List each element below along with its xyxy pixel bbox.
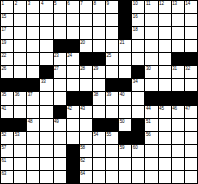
- white-cell-r2c3[interactable]: [27, 14, 39, 26]
- white-cell-r4c3[interactable]: [27, 40, 39, 52]
- clue-number: 32: [185, 66, 190, 71]
- white-cell-r4c13[interactable]: [159, 40, 171, 52]
- clue-number: 26: [2, 66, 7, 71]
- clue-number: 19: [2, 40, 7, 45]
- white-cell-r9c6[interactable]: 42: [67, 106, 79, 118]
- white-cell-r1c7[interactable]: 7: [80, 1, 92, 13]
- clue-number: 53: [15, 132, 20, 137]
- white-cell-r6c5[interactable]: 27: [54, 66, 66, 78]
- white-cell-r1c15[interactable]: 14: [185, 1, 197, 13]
- white-cell-r7c6[interactable]: [67, 79, 79, 91]
- clue-number: 56: [146, 132, 151, 137]
- white-cell-r3c11[interactable]: 18: [132, 27, 144, 39]
- clue-number: 31: [172, 66, 177, 71]
- white-cell-r1c12[interactable]: 11: [145, 1, 157, 13]
- clue-number: 41: [2, 106, 7, 111]
- white-cell-r6c13[interactable]: [159, 66, 171, 78]
- white-cell-r3c7[interactable]: [80, 27, 92, 39]
- black-cell-r10c11: [132, 119, 144, 131]
- white-cell-r1c14[interactable]: 13: [172, 1, 184, 13]
- white-cell-r8c5[interactable]: [54, 92, 66, 104]
- white-cell-r1c6[interactable]: 6: [67, 1, 79, 13]
- black-cell-r6c11: [132, 66, 144, 78]
- white-cell-r9c11[interactable]: [132, 106, 144, 118]
- white-cell-r3c8[interactable]: [93, 27, 105, 39]
- white-cell-r6c15[interactable]: 32: [185, 66, 197, 78]
- white-cell-r11c3[interactable]: [27, 132, 39, 144]
- black-cell-r1c10: [119, 1, 131, 13]
- white-cell-r10c5[interactable]: 49: [54, 119, 66, 131]
- clue-number: 14: [185, 1, 190, 6]
- white-cell-r13c5[interactable]: [54, 158, 66, 170]
- white-cell-r13c15[interactable]: [185, 158, 197, 170]
- clue-number: 1: [2, 1, 4, 6]
- clue-number: 4: [41, 1, 43, 6]
- white-cell-r14c3[interactable]: [27, 171, 39, 183]
- clue-number: 28: [80, 66, 85, 71]
- clue-number: 10: [133, 1, 138, 6]
- clue-number: 50: [120, 119, 125, 124]
- white-cell-r14c5[interactable]: [54, 171, 66, 183]
- white-cell-r13c2[interactable]: [14, 158, 26, 170]
- white-cell-r2c9[interactable]: [106, 14, 118, 26]
- white-cell-r6c7[interactable]: 28: [80, 66, 92, 78]
- black-cell-r5c7: [80, 53, 92, 65]
- clue-number: 11: [146, 1, 150, 6]
- white-cell-r7c11[interactable]: 34: [132, 79, 144, 91]
- white-cell-r6c10[interactable]: [119, 66, 131, 78]
- black-cell-r8c13: [159, 92, 171, 104]
- clue-number: 59: [120, 145, 125, 150]
- white-cell-r11c8[interactable]: 54: [93, 132, 105, 144]
- white-cell-r11c9[interactable]: 55: [106, 132, 118, 144]
- black-cell-r10c1: [1, 119, 13, 131]
- white-cell-r2c7[interactable]: [80, 14, 92, 26]
- clue-number: 61: [2, 158, 7, 163]
- clue-number: 25: [107, 53, 112, 58]
- white-cell-r9c3[interactable]: [27, 106, 39, 118]
- white-cell-r13c8[interactable]: [93, 158, 105, 170]
- white-cell-r3c9[interactable]: [106, 27, 118, 39]
- white-cell-r11c13[interactable]: [159, 132, 171, 144]
- white-cell-r13c14[interactable]: [172, 158, 184, 170]
- white-cell-r14c4[interactable]: [40, 171, 52, 183]
- white-cell-r2c14[interactable]: [172, 14, 184, 26]
- white-cell-r5c9[interactable]: 25: [106, 53, 118, 65]
- clue-number: 54: [93, 132, 98, 137]
- white-cell-r11c14[interactable]: [172, 132, 184, 144]
- white-cell-r6c3[interactable]: [27, 66, 39, 78]
- black-cell-r7c1: [1, 79, 13, 91]
- white-cell-r13c7[interactable]: 62: [80, 158, 92, 170]
- white-cell-r14c13[interactable]: [159, 171, 171, 183]
- white-cell-r6c9[interactable]: [106, 66, 118, 78]
- white-cell-r4c9[interactable]: [106, 40, 118, 52]
- white-cell-r14c8[interactable]: [93, 171, 105, 183]
- white-cell-r13c9[interactable]: [106, 158, 118, 170]
- white-cell-r12c10[interactable]: 59: [119, 145, 131, 157]
- white-cell-r9c9[interactable]: [106, 106, 118, 118]
- clue-number: 58: [80, 145, 85, 150]
- white-cell-r8c2[interactable]: 36: [14, 92, 26, 104]
- white-cell-r9c8[interactable]: [93, 106, 105, 118]
- white-cell-r3c5[interactable]: [54, 27, 66, 39]
- white-cell-r3c12[interactable]: [145, 27, 157, 39]
- black-cell-r12c6: [67, 145, 79, 157]
- white-cell-r13c4[interactable]: [40, 158, 52, 170]
- white-cell-r4c10[interactable]: 21: [119, 40, 131, 52]
- black-cell-r13c6: [67, 158, 79, 170]
- white-cell-r6c12[interactable]: 30: [145, 66, 157, 78]
- white-cell-r1c11[interactable]: 10: [132, 1, 144, 13]
- white-cell-r7c12[interactable]: [145, 79, 157, 91]
- white-cell-r2c11[interactable]: 16: [132, 14, 144, 26]
- clue-number: 27: [54, 66, 59, 71]
- black-cell-r10c9: [106, 119, 118, 131]
- white-cell-r10c10[interactable]: 50: [119, 119, 131, 131]
- black-cell-r8c6: [67, 92, 79, 104]
- black-cell-r11c10: [119, 132, 131, 144]
- white-cell-r12c9[interactable]: [106, 145, 118, 157]
- white-cell-r2c13[interactable]: [159, 14, 171, 26]
- clue-number: 15: [2, 14, 7, 19]
- white-cell-r3c2[interactable]: [14, 27, 26, 39]
- white-cell-r7c8[interactable]: [93, 79, 105, 91]
- clue-number: 12: [159, 1, 164, 6]
- white-cell-r4c11[interactable]: [132, 40, 144, 52]
- white-cell-r6c1[interactable]: 26: [1, 66, 13, 78]
- white-cell-r13c12[interactable]: [145, 158, 157, 170]
- clue-number: 18: [133, 27, 138, 32]
- clue-number: 34: [133, 79, 138, 84]
- clue-number: 44: [146, 106, 151, 111]
- white-cell-r14c10[interactable]: [119, 171, 131, 183]
- clue-number: 23: [54, 53, 59, 58]
- clue-number: 3: [28, 1, 30, 6]
- black-cell-r10c8: [93, 119, 105, 131]
- clue-number: 39: [107, 92, 112, 97]
- white-cell-r8c3[interactable]: 37: [27, 92, 39, 104]
- clue-number: 13: [172, 1, 177, 6]
- white-cell-r5c10[interactable]: [119, 53, 131, 65]
- white-cell-r9c12[interactable]: 44: [145, 106, 157, 118]
- white-cell-r9c15[interactable]: 47: [185, 106, 197, 118]
- white-cell-r6c2[interactable]: [14, 66, 26, 78]
- white-cell-r14c2[interactable]: [14, 171, 26, 183]
- white-cell-r1c4[interactable]: 4: [40, 1, 52, 13]
- black-cell-r6c4: [40, 66, 52, 78]
- white-cell-r8c11[interactable]: [132, 92, 144, 104]
- white-cell-r14c7[interactable]: 64: [80, 171, 92, 183]
- white-cell-r6c14[interactable]: 31: [172, 66, 184, 78]
- clue-number: 43: [80, 106, 85, 111]
- white-cell-r8c9[interactable]: 39: [106, 92, 118, 104]
- clue-number: 47: [185, 106, 190, 111]
- black-cell-r8c14: [172, 92, 184, 104]
- white-cell-r2c6[interactable]: [67, 14, 79, 26]
- white-cell-r1c1[interactable]: 1: [1, 1, 13, 13]
- white-cell-r1c5[interactable]: 5: [54, 1, 66, 13]
- white-cell-r6c8[interactable]: 29: [93, 66, 105, 78]
- white-cell-r10c4[interactable]: [40, 119, 52, 131]
- white-cell-r5c3[interactable]: [27, 53, 39, 65]
- clue-number: 36: [15, 92, 20, 97]
- black-cell-r4c6: [67, 40, 79, 52]
- white-cell-r9c4[interactable]: [40, 106, 52, 118]
- white-cell-r12c13[interactable]: [159, 145, 171, 157]
- white-cell-r4c4[interactable]: [40, 40, 52, 52]
- clue-number: 5: [54, 1, 56, 6]
- white-cell-r5c6[interactable]: 24: [67, 53, 79, 65]
- black-cell-r11c11: [132, 132, 144, 144]
- clue-number: 21: [120, 40, 125, 45]
- black-cell-r8c12: [145, 92, 157, 104]
- white-cell-r11c2[interactable]: 53: [14, 132, 26, 144]
- white-cell-r1c2[interactable]: 2: [14, 1, 26, 13]
- black-cell-r7c2: [14, 79, 26, 91]
- white-cell-r1c13[interactable]: 12: [159, 1, 171, 13]
- black-cell-r3c10: [119, 27, 131, 39]
- white-cell-r10c12[interactable]: 51: [145, 119, 157, 131]
- white-cell-r3c14[interactable]: [172, 27, 184, 39]
- white-cell-r11c5[interactable]: [54, 132, 66, 144]
- white-cell-r9c13[interactable]: 45: [159, 106, 171, 118]
- white-cell-r8c10[interactable]: 40: [119, 92, 131, 104]
- white-cell-r10c6[interactable]: [67, 119, 79, 131]
- white-cell-r7c7[interactable]: [80, 79, 92, 91]
- white-cell-r3c1[interactable]: 17: [1, 27, 13, 39]
- white-cell-r13c3[interactable]: [27, 158, 39, 170]
- clue-number: 52: [2, 132, 7, 137]
- white-cell-r7c13[interactable]: [159, 79, 171, 91]
- white-cell-r14c14[interactable]: [172, 171, 184, 183]
- white-cell-r12c12[interactable]: [145, 145, 157, 157]
- clue-number: 62: [80, 158, 85, 163]
- white-cell-r14c11[interactable]: [132, 171, 144, 183]
- white-cell-r5c12[interactable]: [145, 53, 157, 65]
- white-cell-r11c7[interactable]: [80, 132, 92, 144]
- white-cell-r5c1[interactable]: 22: [1, 53, 13, 65]
- clue-number: 40: [120, 92, 125, 97]
- white-cell-r7c15[interactable]: [185, 79, 197, 91]
- black-cell-r7c10: [119, 79, 131, 91]
- black-cell-r2c10: [119, 14, 131, 26]
- white-cell-r14c15[interactable]: [185, 171, 197, 183]
- white-cell-r10c14[interactable]: [172, 119, 184, 131]
- white-cell-r2c5[interactable]: [54, 14, 66, 26]
- clue-number: 29: [93, 66, 98, 71]
- white-cell-r12c4[interactable]: [40, 145, 52, 157]
- white-cell-r2c2[interactable]: [14, 14, 26, 26]
- white-cell-r12c1[interactable]: 57: [1, 145, 13, 157]
- white-cell-r4c14[interactable]: [172, 40, 184, 52]
- white-cell-r3c13[interactable]: [159, 27, 171, 39]
- white-cell-r9c2[interactable]: [14, 106, 26, 118]
- white-cell-r8c8[interactable]: 38: [93, 92, 105, 104]
- white-cell-r14c9[interactable]: [106, 171, 118, 183]
- white-cell-r5c11[interactable]: [132, 53, 144, 65]
- white-cell-r9c14[interactable]: 46: [172, 106, 184, 118]
- white-cell-r9c10[interactable]: [119, 106, 131, 118]
- clue-number: 7: [80, 1, 82, 6]
- white-cell-r1c3[interactable]: 3: [27, 1, 39, 13]
- white-cell-r9c7[interactable]: 43: [80, 106, 92, 118]
- white-cell-r4c2[interactable]: [14, 40, 26, 52]
- clue-number: 35: [2, 92, 7, 97]
- white-cell-r3c15[interactable]: [185, 27, 197, 39]
- white-cell-r12c8[interactable]: [93, 145, 105, 157]
- white-cell-r11c15[interactable]: [185, 132, 197, 144]
- clue-number: 9: [107, 1, 109, 6]
- black-cell-r9c5: [54, 106, 66, 118]
- clue-number: 8: [93, 1, 95, 6]
- clue-number: 48: [28, 119, 33, 124]
- black-cell-r7c3: [27, 79, 39, 91]
- clue-number: 22: [2, 53, 7, 58]
- clue-number: 6: [67, 1, 69, 6]
- white-cell-r10c7[interactable]: [80, 119, 92, 131]
- crossword-grid: 1234567891011121314151617181920212223242…: [0, 0, 198, 184]
- white-cell-r1c8[interactable]: 8: [93, 1, 105, 13]
- white-cell-r2c12[interactable]: [145, 14, 157, 26]
- white-cell-r12c5[interactable]: [54, 145, 66, 157]
- white-cell-r3c3[interactable]: [27, 27, 39, 39]
- white-cell-r5c5[interactable]: 23: [54, 53, 66, 65]
- white-cell-r12c2[interactable]: [14, 145, 26, 157]
- clue-number: 38: [93, 92, 98, 97]
- white-cell-r4c15[interactable]: [185, 40, 197, 52]
- black-cell-r5c8: [93, 53, 105, 65]
- clue-number: 20: [80, 40, 85, 45]
- black-cell-r5c14: [172, 53, 184, 65]
- white-cell-r12c11[interactable]: 60: [132, 145, 144, 157]
- white-cell-r13c13[interactable]: [159, 158, 171, 170]
- white-cell-r7c4[interactable]: 33: [40, 79, 52, 91]
- white-cell-r2c15[interactable]: [185, 14, 197, 26]
- white-cell-r12c7[interactable]: 58: [80, 145, 92, 157]
- clue-number: 16: [133, 14, 138, 19]
- white-cell-r5c2[interactable]: [14, 53, 26, 65]
- white-cell-r5c4[interactable]: [40, 53, 52, 65]
- clue-number: 17: [2, 27, 7, 32]
- clue-number: 42: [67, 106, 72, 111]
- black-cell-r7c9: [106, 79, 118, 91]
- white-cell-r3c4[interactable]: [40, 27, 52, 39]
- clue-number: 45: [159, 106, 164, 111]
- clue-number: 2: [15, 1, 17, 6]
- white-cell-r12c3[interactable]: [27, 145, 39, 157]
- white-cell-r13c10[interactable]: [119, 158, 131, 170]
- black-cell-r14c6: [67, 171, 79, 183]
- clue-number: 64: [80, 171, 85, 176]
- white-cell-r10c3[interactable]: 48: [27, 119, 39, 131]
- clue-number: 55: [107, 132, 112, 137]
- clue-number: 24: [67, 53, 72, 58]
- white-cell-r10c13[interactable]: [159, 119, 171, 131]
- white-cell-r12c15[interactable]: [185, 145, 197, 157]
- black-cell-r8c15: [185, 92, 197, 104]
- white-cell-r12c14[interactable]: [172, 145, 184, 157]
- white-cell-r2c4[interactable]: [40, 14, 52, 26]
- white-cell-r3c6[interactable]: [67, 27, 79, 39]
- white-cell-r5c13[interactable]: [159, 53, 171, 65]
- clue-number: 63: [2, 171, 7, 176]
- black-cell-r8c7: [80, 92, 92, 104]
- white-cell-r9c1[interactable]: 41: [1, 106, 13, 118]
- white-cell-r13c1[interactable]: 61: [1, 158, 13, 170]
- white-cell-r11c4[interactable]: [40, 132, 52, 144]
- black-cell-r4c5: [54, 40, 66, 52]
- white-cell-r6c6[interactable]: [67, 66, 79, 78]
- black-cell-r10c2: [14, 119, 26, 131]
- white-cell-r8c1[interactable]: 35: [1, 92, 13, 104]
- white-cell-r8c4[interactable]: [40, 92, 52, 104]
- clue-number: 51: [146, 119, 151, 124]
- white-cell-r2c8[interactable]: [93, 14, 105, 26]
- white-cell-r4c8[interactable]: [93, 40, 105, 52]
- black-cell-r5c15: [185, 53, 197, 65]
- white-cell-r1c9[interactable]: 9: [106, 1, 118, 13]
- white-cell-r11c6[interactable]: [67, 132, 79, 144]
- clue-number: 33: [41, 79, 46, 84]
- white-cell-r11c12[interactable]: 56: [145, 132, 157, 144]
- white-cell-r4c12[interactable]: [145, 40, 157, 52]
- white-cell-r4c1[interactable]: 19: [1, 40, 13, 52]
- white-cell-r14c12[interactable]: [145, 171, 157, 183]
- clue-number: 49: [54, 119, 59, 124]
- clue-number: 46: [172, 106, 177, 111]
- white-cell-r7c14[interactable]: [172, 79, 184, 91]
- white-cell-r13c11[interactable]: [132, 158, 144, 170]
- clue-number: 57: [2, 145, 7, 150]
- white-cell-r11c1[interactable]: 52: [1, 132, 13, 144]
- white-cell-r10c15[interactable]: [185, 119, 197, 131]
- white-cell-r4c7[interactable]: 20: [80, 40, 92, 52]
- white-cell-r2c1[interactable]: 15: [1, 14, 13, 26]
- white-cell-r14c1[interactable]: 63: [1, 171, 13, 183]
- clue-number: 37: [28, 92, 33, 97]
- clue-number: 60: [133, 145, 138, 150]
- white-cell-r7c5[interactable]: [54, 79, 66, 91]
- clue-number: 30: [146, 66, 151, 71]
